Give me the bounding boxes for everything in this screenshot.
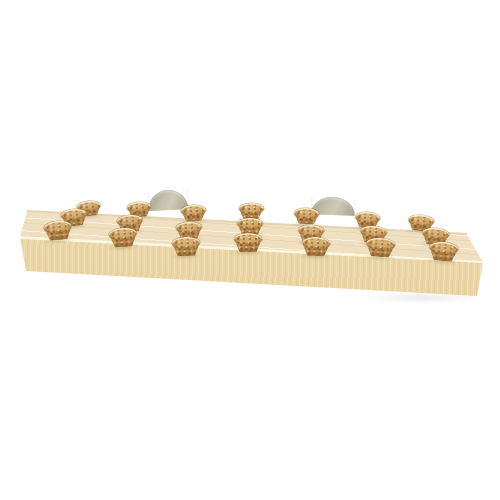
cork-front-4[interactable]	[234, 233, 262, 252]
cork-back-5[interactable]	[293, 207, 319, 224]
cork-top	[293, 207, 318, 219]
cork-back-3[interactable]	[180, 204, 206, 221]
cork-front-7[interactable]	[428, 241, 459, 262]
cork-back-4[interactable]	[239, 203, 264, 219]
product-photo	[0, 0, 500, 500]
cork-front-2[interactable]	[108, 227, 137, 248]
cork-top	[298, 224, 324, 236]
cork-front-1[interactable]	[43, 220, 73, 241]
cork-front-3[interactable]	[172, 237, 201, 257]
cork-front-5[interactable]	[302, 237, 331, 257]
cork-top	[237, 218, 263, 229]
hole-grid	[0, 0, 500, 500]
cork-middle-4[interactable]	[237, 218, 263, 235]
cork-top	[180, 204, 205, 216]
cork-top	[234, 233, 262, 245]
cork-front-6[interactable]	[365, 237, 395, 258]
cork-top	[239, 203, 264, 214]
